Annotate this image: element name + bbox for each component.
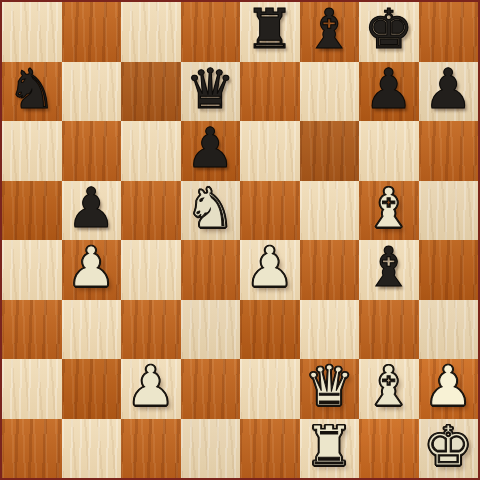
square-d2[interactable] xyxy=(181,359,241,419)
square-g8[interactable]: ♚ xyxy=(359,2,419,62)
square-e8[interactable]: ♜ xyxy=(240,2,300,62)
square-a6[interactable] xyxy=(2,121,62,181)
piece-white-pawn[interactable]: ♟ xyxy=(126,359,175,414)
piece-white-pawn[interactable]: ♟ xyxy=(424,359,473,414)
square-e1[interactable] xyxy=(240,419,300,479)
piece-black-rook[interactable]: ♜ xyxy=(245,2,294,57)
piece-black-king[interactable]: ♚ xyxy=(364,2,413,57)
square-e2[interactable] xyxy=(240,359,300,419)
square-c1[interactable] xyxy=(121,419,181,479)
square-a3[interactable] xyxy=(2,300,62,360)
square-g1[interactable] xyxy=(359,419,419,479)
square-a2[interactable] xyxy=(2,359,62,419)
square-h1[interactable]: ♚ xyxy=(419,419,479,479)
piece-white-pawn[interactable]: ♟ xyxy=(67,240,116,295)
square-d3[interactable] xyxy=(181,300,241,360)
square-g4[interactable]: ♝ xyxy=(359,240,419,300)
square-b3[interactable] xyxy=(62,300,122,360)
square-d6[interactable]: ♟ xyxy=(181,121,241,181)
piece-black-pawn[interactable]: ♟ xyxy=(364,62,413,117)
square-a8[interactable] xyxy=(2,2,62,62)
square-g2[interactable]: ♝ xyxy=(359,359,419,419)
square-g3[interactable] xyxy=(359,300,419,360)
square-d8[interactable] xyxy=(181,2,241,62)
piece-black-bishop[interactable]: ♝ xyxy=(305,2,354,57)
square-g6[interactable] xyxy=(359,121,419,181)
piece-white-bishop[interactable]: ♝ xyxy=(364,181,413,236)
square-h8[interactable] xyxy=(419,2,479,62)
square-c2[interactable]: ♟ xyxy=(121,359,181,419)
square-a1[interactable] xyxy=(2,419,62,479)
square-h5[interactable] xyxy=(419,181,479,241)
square-f1[interactable]: ♜ xyxy=(300,419,360,479)
piece-black-pawn[interactable]: ♟ xyxy=(67,181,116,236)
piece-white-knight[interactable]: ♞ xyxy=(186,181,235,236)
square-e6[interactable] xyxy=(240,121,300,181)
square-e5[interactable] xyxy=(240,181,300,241)
square-b5[interactable]: ♟ xyxy=(62,181,122,241)
square-c7[interactable] xyxy=(121,62,181,122)
square-e7[interactable] xyxy=(240,62,300,122)
square-h4[interactable] xyxy=(419,240,479,300)
piece-black-pawn[interactable]: ♟ xyxy=(424,62,473,117)
square-d4[interactable] xyxy=(181,240,241,300)
piece-white-pawn[interactable]: ♟ xyxy=(245,240,294,295)
square-c8[interactable] xyxy=(121,2,181,62)
square-d5[interactable]: ♞ xyxy=(181,181,241,241)
piece-white-bishop[interactable]: ♝ xyxy=(364,359,413,414)
square-h7[interactable]: ♟ xyxy=(419,62,479,122)
square-f8[interactable]: ♝ xyxy=(300,2,360,62)
square-b2[interactable] xyxy=(62,359,122,419)
piece-white-king[interactable]: ♚ xyxy=(424,419,473,474)
square-g7[interactable]: ♟ xyxy=(359,62,419,122)
chess-board: ♜♝♚♞♛♟♟♟♟♞♝♟♟♝♟♛♝♟♜♚ xyxy=(0,0,480,480)
square-b7[interactable] xyxy=(62,62,122,122)
square-b6[interactable] xyxy=(62,121,122,181)
piece-black-queen[interactable]: ♛ xyxy=(186,62,235,117)
square-f7[interactable] xyxy=(300,62,360,122)
piece-white-rook[interactable]: ♜ xyxy=(305,419,354,474)
square-h3[interactable] xyxy=(419,300,479,360)
square-f6[interactable] xyxy=(300,121,360,181)
square-f3[interactable] xyxy=(300,300,360,360)
square-c4[interactable] xyxy=(121,240,181,300)
piece-white-queen[interactable]: ♛ xyxy=(305,359,354,414)
square-c5[interactable] xyxy=(121,181,181,241)
piece-black-pawn[interactable]: ♟ xyxy=(186,121,235,176)
square-e3[interactable] xyxy=(240,300,300,360)
square-f5[interactable] xyxy=(300,181,360,241)
square-b8[interactable] xyxy=(62,2,122,62)
square-a4[interactable] xyxy=(2,240,62,300)
square-h2[interactable]: ♟ xyxy=(419,359,479,419)
square-f4[interactable] xyxy=(300,240,360,300)
square-f2[interactable]: ♛ xyxy=(300,359,360,419)
square-e4[interactable]: ♟ xyxy=(240,240,300,300)
square-d1[interactable] xyxy=(181,419,241,479)
square-b1[interactable] xyxy=(62,419,122,479)
square-a5[interactable] xyxy=(2,181,62,241)
square-a7[interactable]: ♞ xyxy=(2,62,62,122)
piece-black-knight[interactable]: ♞ xyxy=(7,62,56,117)
piece-black-bishop[interactable]: ♝ xyxy=(364,240,413,295)
square-g5[interactable]: ♝ xyxy=(359,181,419,241)
square-b4[interactable]: ♟ xyxy=(62,240,122,300)
square-d7[interactable]: ♛ xyxy=(181,62,241,122)
square-h6[interactable] xyxy=(419,121,479,181)
square-c6[interactable] xyxy=(121,121,181,181)
square-c3[interactable] xyxy=(121,300,181,360)
